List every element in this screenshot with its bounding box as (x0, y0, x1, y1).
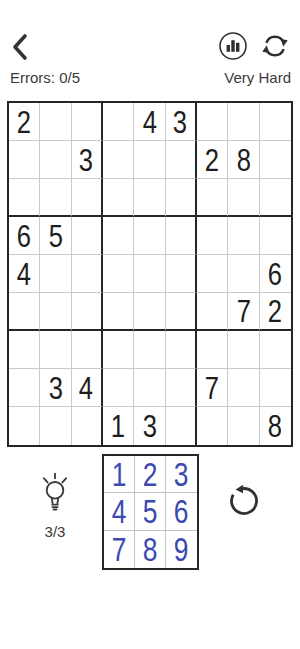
numpad-digit: 4 (112, 495, 127, 528)
numpad-digit: 7 (112, 533, 127, 566)
cell-r7c1[interactable] (9, 331, 40, 369)
cell-r7c6[interactable] (166, 331, 197, 369)
numpad-digit: 2 (143, 458, 158, 491)
cell-r2c8[interactable]: 8 (228, 141, 259, 179)
bar-chart-icon (218, 31, 248, 61)
cell-r1c7[interactable] (197, 103, 228, 141)
numpad-digit: 8 (143, 533, 158, 566)
numpad-key-6[interactable]: 6 (166, 493, 197, 530)
cell-r8c2[interactable]: 3 (40, 369, 71, 407)
cell-r4c2[interactable]: 5 (40, 217, 71, 255)
cell-r4c8[interactable] (228, 217, 259, 255)
cell-r3c1[interactable] (9, 179, 40, 217)
cell-r9c4[interactable]: 1 (103, 407, 134, 445)
given-digit: 8 (268, 410, 282, 442)
cell-r9c2[interactable] (40, 407, 71, 445)
cell-r7c3[interactable] (72, 331, 103, 369)
cell-r5c7[interactable] (197, 255, 228, 293)
given-digit: 8 (236, 144, 250, 176)
numpad-digit: 3 (174, 458, 189, 491)
cell-r7c5[interactable] (134, 331, 165, 369)
numpad-key-1[interactable]: 1 (104, 456, 135, 493)
numpad-key-5[interactable]: 5 (135, 493, 166, 530)
cell-r2c6[interactable] (166, 141, 197, 179)
number-pad: 123456789 (102, 454, 199, 570)
cell-r5c3[interactable] (72, 255, 103, 293)
cell-r5c4[interactable] (103, 255, 134, 293)
cell-r1c1[interactable]: 2 (9, 103, 40, 141)
cell-r3c4[interactable] (103, 179, 134, 217)
cell-r9c5[interactable]: 3 (134, 407, 165, 445)
cell-r6c3[interactable] (72, 293, 103, 331)
cell-r4c1[interactable]: 6 (9, 217, 40, 255)
given-digit: 7 (236, 295, 250, 327)
cell-r1c9[interactable] (260, 103, 291, 141)
numpad-key-9[interactable]: 9 (166, 531, 197, 568)
numpad-key-3[interactable]: 3 (166, 456, 197, 493)
given-digit: 7 (205, 372, 219, 404)
cell-r8c6[interactable] (166, 369, 197, 407)
cell-r7c9[interactable] (260, 331, 291, 369)
cell-r6c9[interactable]: 2 (260, 293, 291, 331)
given-digit: 6 (268, 258, 282, 290)
cell-r3c9[interactable] (260, 179, 291, 217)
cell-r3c3[interactable] (72, 179, 103, 217)
given-digit: 4 (79, 372, 93, 404)
sudoku-app-screen: Errors: 0/5 Very Hard 243328654672347138… (0, 0, 300, 649)
cell-r9c9[interactable]: 8 (260, 407, 291, 445)
numpad-digit: 9 (174, 533, 189, 566)
cell-r8c9[interactable] (260, 369, 291, 407)
cell-r2c5[interactable] (134, 141, 165, 179)
cell-r3c7[interactable] (197, 179, 228, 217)
cell-r8c4[interactable] (103, 369, 134, 407)
cell-r2c2[interactable] (40, 141, 71, 179)
sync-refresh-icon (261, 32, 289, 60)
cell-r6c2[interactable] (40, 293, 71, 331)
cell-r2c7[interactable]: 2 (197, 141, 228, 179)
cell-r4c7[interactable] (197, 217, 228, 255)
given-digit: 1 (111, 410, 125, 442)
chevron-left-icon (10, 33, 30, 61)
cell-r8c5[interactable] (134, 369, 165, 407)
cell-r1c8[interactable] (228, 103, 259, 141)
cell-r1c3[interactable] (72, 103, 103, 141)
given-digit: 3 (173, 106, 187, 138)
numpad-digit: 6 (174, 495, 189, 528)
cell-r9c3[interactable] (72, 407, 103, 445)
back-button[interactable] (10, 33, 30, 61)
cell-r6c7[interactable] (197, 293, 228, 331)
cell-r1c5[interactable]: 4 (134, 103, 165, 141)
cell-r6c6[interactable] (166, 293, 197, 331)
hint-button[interactable]: 3/3 (25, 470, 85, 540)
given-digit: 3 (48, 372, 62, 404)
cell-r7c2[interactable] (40, 331, 71, 369)
cell-r4c6[interactable] (166, 217, 197, 255)
cell-r3c6[interactable] (166, 179, 197, 217)
cell-r4c4[interactable] (103, 217, 134, 255)
cell-r2c3[interactable]: 3 (72, 141, 103, 179)
given-digit: 3 (79, 144, 93, 176)
numpad-digit: 5 (143, 495, 158, 528)
cell-r7c7[interactable] (197, 331, 228, 369)
lightbulb-icon (36, 470, 74, 518)
cell-r1c4[interactable] (103, 103, 134, 141)
cell-r2c9[interactable] (260, 141, 291, 179)
cell-r9c8[interactable] (228, 407, 259, 445)
numpad-key-8[interactable]: 8 (135, 531, 166, 568)
cell-r9c1[interactable] (9, 407, 40, 445)
cell-r6c8[interactable]: 7 (228, 293, 259, 331)
cell-r1c2[interactable] (40, 103, 71, 141)
given-digit: 6 (17, 220, 31, 252)
given-digit: 5 (48, 220, 62, 252)
cell-r9c7[interactable] (197, 407, 228, 445)
cell-r3c8[interactable] (228, 179, 259, 217)
cell-r2c1[interactable] (9, 141, 40, 179)
numpad-key-4[interactable]: 4 (104, 493, 135, 530)
statistics-button[interactable] (218, 31, 248, 61)
sudoku-board: 243328654672347138 (7, 101, 293, 447)
cell-r8c1[interactable] (9, 369, 40, 407)
difficulty-label: Very Hard (224, 69, 291, 86)
cell-r5c6[interactable] (166, 255, 197, 293)
cell-r4c5[interactable] (134, 217, 165, 255)
cell-r6c5[interactable] (134, 293, 165, 331)
given-digit: 2 (205, 144, 219, 176)
cell-r2c4[interactable] (103, 141, 134, 179)
cell-r6c1[interactable] (9, 293, 40, 331)
given-digit: 2 (268, 295, 282, 327)
cell-r5c1[interactable]: 4 (9, 255, 40, 293)
numpad-key-2[interactable]: 2 (135, 456, 166, 493)
cell-r5c5[interactable] (134, 255, 165, 293)
cell-r3c2[interactable] (40, 179, 71, 217)
undo-rotate-ccw-icon (224, 480, 264, 520)
given-digit: 2 (17, 106, 31, 138)
cell-r6c4[interactable] (103, 293, 134, 331)
undo-button[interactable] (224, 480, 264, 520)
cell-r7c4[interactable] (103, 331, 134, 369)
cell-r7c8[interactable] (228, 331, 259, 369)
numpad-key-7[interactable]: 7 (104, 531, 135, 568)
cell-r5c9[interactable]: 6 (260, 255, 291, 293)
numpad-digit: 1 (112, 458, 127, 491)
given-digit: 3 (142, 410, 156, 442)
cell-r5c8[interactable] (228, 255, 259, 293)
hint-count: 3/3 (25, 523, 85, 540)
cell-r8c3[interactable]: 4 (72, 369, 103, 407)
cell-r3c5[interactable] (134, 179, 165, 217)
cell-r4c9[interactable] (260, 217, 291, 255)
cell-r1c6[interactable]: 3 (166, 103, 197, 141)
cell-r8c7[interactable]: 7 (197, 369, 228, 407)
given-digit: 4 (142, 106, 156, 138)
cell-r9c6[interactable] (166, 407, 197, 445)
given-digit: 4 (17, 258, 31, 290)
cell-r5c2[interactable] (40, 255, 71, 293)
cell-r4c3[interactable] (72, 217, 103, 255)
cell-r8c8[interactable] (228, 369, 259, 407)
new-game-button[interactable] (261, 32, 289, 60)
errors-counter: Errors: 0/5 (10, 69, 80, 86)
